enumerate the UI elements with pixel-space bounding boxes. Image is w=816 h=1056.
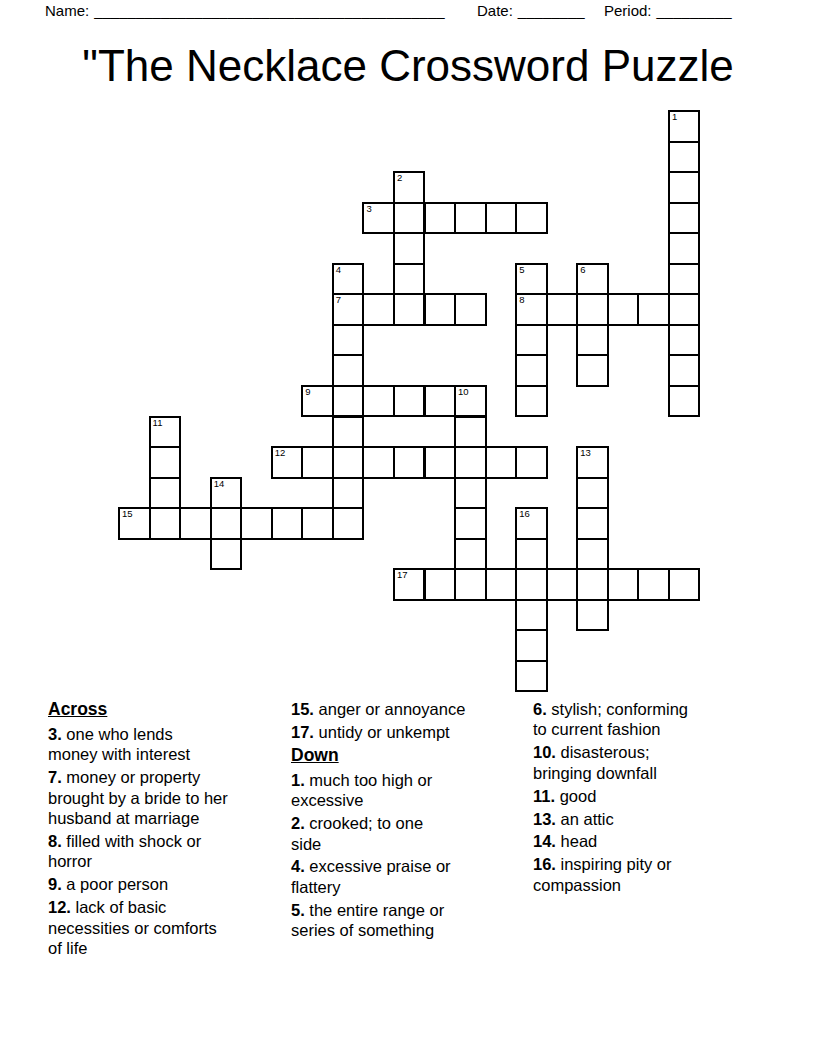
clue-across-9: 9. a poor person bbox=[48, 874, 280, 894]
grid-cell-r3c8[interactable]: 3 bbox=[362, 202, 395, 235]
cell-number-1: 1 bbox=[672, 112, 677, 122]
grid-cell-r6c17[interactable] bbox=[637, 293, 670, 326]
clue-number: 4. bbox=[291, 857, 305, 875]
grid-cell-r3c9[interactable] bbox=[393, 202, 426, 235]
clue-number: 16. bbox=[533, 855, 556, 873]
clue-down-11: 11. good bbox=[533, 786, 748, 806]
grid-cell-r13c13[interactable]: 16 bbox=[515, 507, 548, 540]
grid-cell-r9c13[interactable] bbox=[515, 385, 548, 418]
clue-down-2: 2. crooked; to one side bbox=[291, 813, 523, 854]
name-field: Name:___________________________________… bbox=[45, 2, 445, 19]
grid-cell-r9c6[interactable]: 9 bbox=[301, 385, 334, 418]
grid-cell-r6c13[interactable]: 8 bbox=[515, 293, 548, 326]
grid-cell-r9c7[interactable] bbox=[332, 385, 365, 418]
grid-cell-r6c7[interactable]: 7 bbox=[332, 293, 365, 326]
grid-cell-r5c9[interactable] bbox=[393, 263, 426, 296]
clue-across-12: 12. lack of basic necessities or comfort… bbox=[48, 897, 280, 958]
grid-cell-r13c1[interactable] bbox=[149, 507, 182, 540]
grid-cell-r9c18[interactable] bbox=[668, 385, 701, 418]
clue-text: a poor person bbox=[66, 875, 168, 893]
clue-down-16: 16. inspiring pity or compassion bbox=[533, 854, 748, 895]
clue-text: much too high or excessive bbox=[291, 771, 432, 809]
grid-cell-r6c15[interactable] bbox=[576, 293, 609, 326]
grid-cell-r4c9[interactable] bbox=[393, 232, 426, 265]
clue-text: untidy or unkempt bbox=[319, 723, 450, 741]
grid-cell-r15c12[interactable] bbox=[485, 568, 518, 601]
grid-cell-r15c16[interactable] bbox=[607, 568, 640, 601]
grid-cell-r9c10[interactable] bbox=[424, 385, 457, 418]
clue-text: the entire range or series of something bbox=[291, 901, 444, 939]
cell-number-12: 12 bbox=[275, 448, 286, 458]
grid-cell-r13c3[interactable] bbox=[210, 507, 243, 540]
grid-cell-r15c14[interactable] bbox=[546, 568, 579, 601]
grid-cell-r14c15[interactable] bbox=[576, 538, 609, 571]
grid-cell-r8c7[interactable] bbox=[332, 354, 365, 387]
cell-number-6: 6 bbox=[580, 265, 585, 275]
cell-number-11: 11 bbox=[153, 418, 163, 428]
grid-cell-r11c1[interactable] bbox=[149, 446, 182, 479]
clue-number: 10. bbox=[533, 743, 556, 761]
clue-text: stylish; conforming to current fashion bbox=[533, 700, 688, 738]
grid-cell-r3c13[interactable] bbox=[515, 202, 548, 235]
grid-cell-r12c15[interactable] bbox=[576, 477, 609, 510]
grid-cell-r2c9[interactable]: 2 bbox=[393, 171, 426, 204]
grid-cell-r10c11[interactable] bbox=[454, 416, 487, 449]
clue-across-7: 7. money or property brought by a bride … bbox=[48, 767, 280, 828]
grid-cell-r2c18[interactable] bbox=[668, 171, 701, 204]
clue-across-3: 3. one who lends money with interest bbox=[48, 724, 280, 765]
grid-cell-r9c9[interactable] bbox=[393, 385, 426, 418]
grid-cell-r10c7[interactable] bbox=[332, 416, 365, 449]
clue-number: 13. bbox=[533, 810, 556, 828]
clue-number: 1. bbox=[291, 771, 305, 789]
crossword-grid: 1234567891011121314151617 bbox=[118, 110, 699, 691]
grid-cell-r5c13[interactable]: 5 bbox=[515, 263, 548, 296]
clue-text: money or property brought by a bride to … bbox=[48, 768, 228, 827]
grid-cell-r11c9[interactable] bbox=[393, 446, 426, 479]
cell-number-13: 13 bbox=[580, 448, 591, 458]
clue-number: 3. bbox=[48, 725, 62, 743]
grid-cell-r6c9[interactable] bbox=[393, 293, 426, 326]
clue-number: 7. bbox=[48, 768, 62, 786]
clue-number: 17. bbox=[291, 723, 314, 741]
clue-number: 5. bbox=[291, 901, 305, 919]
clues-column-3: 6. stylish; conforming to current fashio… bbox=[533, 699, 748, 898]
grid-cell-r13c0[interactable]: 15 bbox=[118, 507, 151, 540]
grid-cell-r15c11[interactable] bbox=[454, 568, 487, 601]
grid-cell-r5c18[interactable] bbox=[668, 263, 701, 296]
grid-cell-r14c13[interactable] bbox=[515, 538, 548, 571]
grid-cell-r8c15[interactable] bbox=[576, 354, 609, 387]
grid-cell-r11c7[interactable] bbox=[332, 446, 365, 479]
grid-cell-r8c18[interactable] bbox=[668, 354, 701, 387]
grid-cell-r11c10[interactable] bbox=[424, 446, 457, 479]
cell-number-16: 16 bbox=[519, 509, 530, 519]
grid-cell-r13c5[interactable] bbox=[271, 507, 304, 540]
grid-cell-r10c1[interactable]: 11 bbox=[149, 416, 182, 449]
grid-cell-r11c11[interactable] bbox=[454, 446, 487, 479]
clue-across-17: 17. untidy or unkempt bbox=[291, 722, 523, 742]
grid-cell-r15c18[interactable] bbox=[668, 568, 701, 601]
grid-cell-r11c6[interactable] bbox=[301, 446, 334, 479]
grid-cell-r11c12[interactable] bbox=[485, 446, 518, 479]
grid-cell-r12c7[interactable] bbox=[332, 477, 365, 510]
grid-cell-r4c18[interactable] bbox=[668, 232, 701, 265]
grid-cell-r7c7[interactable] bbox=[332, 324, 365, 357]
clue-down-13: 13. an attic bbox=[533, 809, 748, 829]
clue-number: 6. bbox=[533, 700, 547, 718]
cell-number-3: 3 bbox=[366, 204, 371, 214]
clue-down-4: 4. excessive praise or flattery bbox=[291, 856, 523, 897]
grid-cell-r9c11[interactable]: 10 bbox=[454, 385, 487, 418]
grid-cell-r13c2[interactable] bbox=[179, 507, 212, 540]
grid-cell-r12c11[interactable] bbox=[454, 477, 487, 510]
grid-cell-r8c13[interactable] bbox=[515, 354, 548, 387]
cell-number-4: 4 bbox=[336, 265, 341, 275]
period-label: Period: bbox=[604, 2, 652, 19]
clue-across-8: 8. filled with shock or horror bbox=[48, 831, 280, 872]
clue-number: 15. bbox=[291, 700, 314, 718]
clue-down-1: 1. much too high or excessive bbox=[291, 770, 523, 811]
cell-number-15: 15 bbox=[122, 509, 133, 519]
clue-text: anger or annoyance bbox=[319, 700, 466, 718]
cell-number-10: 10 bbox=[458, 387, 469, 397]
cell-number-17: 17 bbox=[397, 570, 408, 580]
grid-cell-r9c8[interactable] bbox=[362, 385, 395, 418]
clue-text: good bbox=[560, 787, 597, 805]
clue-text: head bbox=[561, 832, 598, 850]
grid-cell-r15c15[interactable] bbox=[576, 568, 609, 601]
grid-cell-r15c17[interactable] bbox=[637, 568, 670, 601]
grid-cell-r3c10[interactable] bbox=[424, 202, 457, 235]
clue-text: excessive praise or flattery bbox=[291, 857, 451, 895]
grid-cell-r6c16[interactable] bbox=[607, 293, 640, 326]
clue-number: 2. bbox=[291, 814, 305, 832]
grid-cell-r6c8[interactable] bbox=[362, 293, 395, 326]
grid-cell-r17c13[interactable] bbox=[515, 629, 548, 662]
clues-column-1: Across3. one who lends money with intere… bbox=[48, 699, 280, 961]
cell-number-14: 14 bbox=[214, 479, 225, 489]
grid-cell-r7c15[interactable] bbox=[576, 324, 609, 357]
date-label: Date: bbox=[477, 2, 513, 19]
grid-cell-r3c18[interactable] bbox=[668, 202, 701, 235]
grid-cell-r6c10[interactable] bbox=[424, 293, 457, 326]
grid-cell-r0c18[interactable]: 1 bbox=[668, 110, 701, 143]
date-field: Date:________ bbox=[477, 2, 585, 19]
grid-cell-r16c13[interactable] bbox=[515, 599, 548, 632]
grid-cell-r7c18[interactable] bbox=[668, 324, 701, 357]
cell-number-7: 7 bbox=[336, 295, 341, 305]
grid-cell-r12c3[interactable]: 14 bbox=[210, 477, 243, 510]
grid-cell-r3c12[interactable] bbox=[485, 202, 518, 235]
grid-cell-r13c15[interactable] bbox=[576, 507, 609, 540]
grid-cell-r5c15[interactable]: 6 bbox=[576, 263, 609, 296]
grid-cell-r15c9[interactable]: 17 bbox=[393, 568, 426, 601]
grid-cell-r3c11[interactable] bbox=[454, 202, 487, 235]
grid-cell-r11c8[interactable] bbox=[362, 446, 395, 479]
grid-cell-r15c10[interactable] bbox=[424, 568, 457, 601]
grid-cell-r12c1[interactable] bbox=[149, 477, 182, 510]
grid-cell-r14c11[interactable] bbox=[454, 538, 487, 571]
cell-number-8: 8 bbox=[519, 295, 524, 305]
grid-cell-r5c7[interactable]: 4 bbox=[332, 263, 365, 296]
clue-number: 14. bbox=[533, 832, 556, 850]
clue-number: 11. bbox=[533, 787, 555, 805]
name-blank-line[interactable]: ________________________________________… bbox=[94, 2, 444, 19]
name-label: Name: bbox=[45, 2, 89, 19]
clue-text: crooked; to one side bbox=[291, 814, 423, 852]
grid-cell-r13c6[interactable] bbox=[301, 507, 334, 540]
grid-cell-r7c13[interactable] bbox=[515, 324, 548, 357]
clue-number: 8. bbox=[48, 832, 62, 850]
grid-cell-r14c3[interactable] bbox=[210, 538, 243, 571]
grid-cell-r13c4[interactable] bbox=[240, 507, 273, 540]
grid-cell-r11c13[interactable] bbox=[515, 446, 548, 479]
down-heading: Down bbox=[291, 745, 523, 766]
clue-down-5: 5. the entire range or series of somethi… bbox=[291, 900, 523, 941]
page-title: "The Necklace Crossword Puzzle bbox=[0, 41, 816, 91]
cell-number-5: 5 bbox=[519, 265, 524, 275]
grid-cell-r16c15[interactable] bbox=[576, 599, 609, 632]
period-field: Period:_________ bbox=[604, 2, 732, 19]
clue-down-6: 6. stylish; conforming to current fashio… bbox=[533, 699, 748, 740]
clue-number: 9. bbox=[48, 875, 62, 893]
cell-number-9: 9 bbox=[305, 387, 310, 397]
date-blank-line[interactable]: ________ bbox=[518, 2, 585, 19]
clue-down-10: 10. disasterous; bringing downfall bbox=[533, 742, 748, 783]
across-heading: Across bbox=[48, 699, 280, 720]
grid-cell-r1c18[interactable] bbox=[668, 141, 701, 174]
clues-column-2: 15. anger or annoyance17. untidy or unke… bbox=[291, 699, 523, 943]
clue-text: filled with shock or horror bbox=[48, 832, 201, 870]
grid-cell-r6c11[interactable] bbox=[454, 293, 487, 326]
clue-down-14: 14. head bbox=[533, 831, 748, 851]
clue-text: one who lends money with interest bbox=[48, 725, 190, 763]
grid-cell-r6c14[interactable] bbox=[546, 293, 579, 326]
grid-cell-r15c13[interactable] bbox=[515, 568, 548, 601]
grid-cell-r11c5[interactable]: 12 bbox=[271, 446, 304, 479]
clue-across-15: 15. anger or annoyance bbox=[291, 699, 523, 719]
period-blank-line[interactable]: _________ bbox=[657, 2, 732, 19]
grid-cell-r11c15[interactable]: 13 bbox=[576, 446, 609, 479]
clue-number: 12. bbox=[48, 898, 71, 916]
grid-cell-r13c7[interactable] bbox=[332, 507, 365, 540]
cell-number-2: 2 bbox=[397, 173, 402, 183]
worksheet-page: Name:___________________________________… bbox=[0, 0, 816, 1056]
grid-cell-r18c13[interactable] bbox=[515, 660, 548, 693]
grid-cell-r13c11[interactable] bbox=[454, 507, 487, 540]
grid-cell-r6c18[interactable] bbox=[668, 293, 701, 326]
clue-text: an attic bbox=[561, 810, 614, 828]
clue-text: lack of basic necessities or comforts of… bbox=[48, 898, 217, 957]
